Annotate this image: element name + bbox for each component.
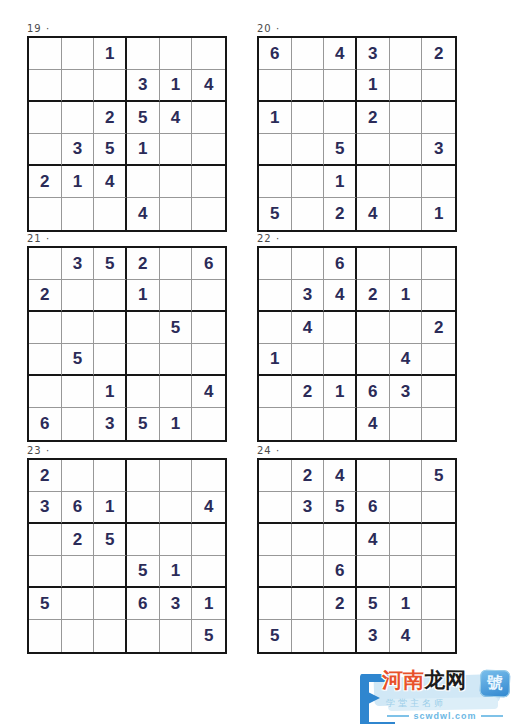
sudoku-cell-p22-r4c4[interactable] — [357, 344, 390, 376]
sudoku-cell-p23-r4c3[interactable] — [94, 556, 127, 588]
sudoku-cell-p21-r3c2[interactable] — [62, 312, 95, 344]
sudoku-cell-p19-r1c4[interactable] — [127, 38, 160, 70]
sudoku-cell-p23-r6c2[interactable] — [62, 620, 95, 652]
sudoku-cell-p24-r6c1[interactable]: 5 — [259, 620, 292, 652]
sudoku-cell-p21-r5c1[interactable] — [29, 376, 62, 408]
sudoku-cell-p22-r4c2[interactable] — [292, 344, 325, 376]
sudoku-cell-p21-r2c1[interactable]: 2 — [29, 280, 62, 312]
puzzle-24-block: 24 · 24535646251534 — [257, 445, 457, 654]
sudoku-cell-p21-r1c2[interactable]: 3 — [62, 248, 95, 280]
sudoku-cell-p19-r1c5[interactable] — [160, 38, 193, 70]
sudoku-cell-p24-r5c1[interactable] — [259, 588, 292, 620]
sudoku-cell-p22-r5c2[interactable]: 2 — [292, 376, 325, 408]
sudoku-cell-p19-r5c3[interactable]: 4 — [94, 166, 127, 198]
sudoku-cell-p23-r2c2[interactable]: 6 — [62, 492, 95, 524]
sudoku-cell-p19-r3c4[interactable]: 5 — [127, 102, 160, 134]
sudoku-cell-p23-r6c6[interactable]: 5 — [192, 620, 225, 652]
sudoku-cell-p19-r2c1[interactable] — [29, 70, 62, 102]
sudoku-cell-p23-r5c5[interactable]: 3 — [160, 588, 193, 620]
sudoku-cell-p20-r2c5[interactable] — [390, 70, 423, 102]
puzzle-21-label: 21 · — [27, 233, 227, 246]
sudoku-cell-p21-r2c5[interactable] — [160, 280, 193, 312]
sudoku-cell-p19-r3c3[interactable]: 2 — [94, 102, 127, 134]
sudoku-cell-p24-r3c6[interactable] — [422, 524, 455, 556]
sudoku-cell-p23-r6c3[interactable] — [94, 620, 127, 652]
sudoku-cell-p22-r3c4[interactable] — [357, 312, 390, 344]
sudoku-worksheet-page: { "game": "sudoku 6x6 (2x3 boxes), six p… — [0, 0, 512, 724]
sudoku-cell-p22-r1c4[interactable] — [357, 248, 390, 280]
sudoku-cell-p19-r5c5[interactable] — [160, 166, 193, 198]
sudoku-cell-p23-r5c3[interactable] — [94, 588, 127, 620]
sudoku-cell-p20-r2c2[interactable] — [292, 70, 325, 102]
sudoku-cell-p23-r4c5[interactable]: 1 — [160, 556, 193, 588]
sudoku-cell-p20-r2c1[interactable] — [259, 70, 292, 102]
sudoku-cell-p23-r5c2[interactable] — [62, 588, 95, 620]
sudoku-cell-p23-r3c1[interactable] — [29, 524, 62, 556]
sudoku-cell-p20-r3c5[interactable] — [390, 102, 423, 134]
sudoku-cell-p22-r6c2[interactable] — [292, 408, 325, 440]
sudoku-cell-p24-r6c2[interactable] — [292, 620, 325, 652]
sudoku-cell-p23-r4c4[interactable]: 5 — [127, 556, 160, 588]
sudoku-cell-p24-r1c3[interactable]: 4 — [324, 460, 357, 492]
sudoku-cell-p22-r6c5[interactable] — [390, 408, 423, 440]
sudoku-cell-p24-r4c4[interactable] — [357, 556, 390, 588]
sudoku-cell-p21-r4c1[interactable] — [29, 344, 62, 376]
sudoku-cell-p24-r2c6[interactable] — [422, 492, 455, 524]
sudoku-cell-p23-r1c1[interactable]: 2 — [29, 460, 62, 492]
puzzle-20-label: 20 · — [257, 23, 457, 36]
sudoku-cell-p23-r2c6[interactable]: 4 — [192, 492, 225, 524]
sudoku-cell-p22-r3c6[interactable]: 2 — [422, 312, 455, 344]
watermark: 河南龙网 號 学堂主名师 scwdwl.com — [358, 664, 510, 722]
puzzle-23-block: 23 · 23614255156315 — [27, 445, 227, 654]
sudoku-cell-p20-r5c4[interactable] — [357, 166, 390, 198]
puzzle-23-label: 23 · — [27, 445, 227, 458]
sudoku-cell-p24-r2c2[interactable]: 3 — [292, 492, 325, 524]
sudoku-cell-p19-r5c2[interactable]: 1 — [62, 166, 95, 198]
sudoku-cell-p22-r1c6[interactable] — [422, 248, 455, 280]
sudoku-cell-p19-r3c1[interactable] — [29, 102, 62, 134]
sudoku-cell-p22-r3c3[interactable] — [324, 312, 357, 344]
sudoku-cell-p22-r5c6[interactable] — [422, 376, 455, 408]
sudoku-cell-p24-r1c6[interactable]: 5 — [422, 460, 455, 492]
sudoku-cell-p22-r4c3[interactable] — [324, 344, 357, 376]
sudoku-board-23: 23614255156315 — [27, 458, 227, 654]
sudoku-cell-p24-r2c1[interactable] — [259, 492, 292, 524]
sudoku-cell-p24-r4c6[interactable] — [422, 556, 455, 588]
sudoku-cell-p21-r5c3[interactable]: 1 — [94, 376, 127, 408]
sudoku-cell-p21-r1c5[interactable] — [160, 248, 193, 280]
sudoku-cell-p22-r6c1[interactable] — [259, 408, 292, 440]
sudoku-cell-p21-r5c6[interactable]: 4 — [192, 376, 225, 408]
sudoku-cell-p21-r5c2[interactable] — [62, 376, 95, 408]
sudoku-cell-p24-r1c4[interactable] — [357, 460, 390, 492]
sudoku-cell-p22-r1c2[interactable] — [292, 248, 325, 280]
sudoku-cell-p19-r6c5[interactable] — [160, 198, 193, 230]
sudoku-cell-p23-r5c6[interactable]: 1 — [192, 588, 225, 620]
sudoku-cell-p23-r3c2[interactable]: 2 — [62, 524, 95, 556]
sudoku-cell-p24-r6c4[interactable]: 3 — [357, 620, 390, 652]
sudoku-cell-p19-r6c2[interactable] — [62, 198, 95, 230]
sudoku-cell-p24-r6c5[interactable]: 4 — [390, 620, 423, 652]
sudoku-cell-p24-r3c2[interactable] — [292, 524, 325, 556]
sudoku-cell-p24-r4c5[interactable] — [390, 556, 423, 588]
sudoku-cell-p21-r1c1[interactable] — [29, 248, 62, 280]
sudoku-cell-p22-r1c1[interactable] — [259, 248, 292, 280]
sudoku-board-21: 35262155146351 — [27, 246, 227, 442]
sudoku-cell-p20-r4c6[interactable]: 3 — [422, 134, 455, 166]
watermark-site-url: scwdwl.com — [413, 711, 476, 721]
sudoku-cell-p19-r2c5[interactable]: 1 — [160, 70, 193, 102]
sudoku-cell-p19-r3c5[interactable]: 4 — [160, 102, 193, 134]
sudoku-cell-p22-r1c5[interactable] — [390, 248, 423, 280]
sudoku-cell-p20-r4c4[interactable] — [357, 134, 390, 166]
sudoku-cell-p21-r1c6[interactable]: 6 — [192, 248, 225, 280]
sudoku-board-24: 24535646251534 — [257, 458, 457, 654]
sudoku-cell-p21-r6c3[interactable]: 3 — [94, 408, 127, 440]
sudoku-cell-p21-r4c6[interactable] — [192, 344, 225, 376]
sudoku-cell-p19-r1c3[interactable]: 1 — [94, 38, 127, 70]
sudoku-cell-p21-r4c2[interactable]: 5 — [62, 344, 95, 376]
sudoku-cell-p21-r3c5[interactable]: 5 — [160, 312, 193, 344]
sudoku-cell-p21-r1c3[interactable]: 5 — [94, 248, 127, 280]
sudoku-cell-p23-r6c4[interactable] — [127, 620, 160, 652]
sudoku-cell-p24-r1c5[interactable] — [390, 460, 423, 492]
sudoku-cell-p19-r6c6[interactable] — [192, 198, 225, 230]
sudoku-cell-p21-r5c5[interactable] — [160, 376, 193, 408]
sudoku-cell-p21-r3c6[interactable] — [192, 312, 225, 344]
watermark-tagline: 学堂主名师 — [386, 697, 446, 710]
sudoku-cell-p20-r1c3[interactable]: 4 — [324, 38, 357, 70]
sudoku-cell-p20-r6c6[interactable]: 1 — [422, 198, 455, 230]
sudoku-board-22: 63421421421634 — [257, 246, 457, 442]
sudoku-cell-p20-r4c1[interactable] — [259, 134, 292, 166]
sudoku-cell-p19-r2c6[interactable]: 4 — [192, 70, 225, 102]
watermark-site-row: scwdwl.com — [382, 710, 508, 721]
sudoku-cell-p21-r6c5[interactable]: 1 — [160, 408, 193, 440]
sudoku-cell-p22-r4c5[interactable]: 4 — [390, 344, 423, 376]
sudoku-cell-p23-r3c6[interactable] — [192, 524, 225, 556]
sudoku-cell-p19-r4c1[interactable] — [29, 134, 62, 166]
sudoku-cell-p20-r2c4[interactable]: 1 — [357, 70, 390, 102]
sudoku-cell-p20-r1c2[interactable] — [292, 38, 325, 70]
sudoku-cell-p19-r1c6[interactable] — [192, 38, 225, 70]
sudoku-cell-p23-r6c1[interactable] — [29, 620, 62, 652]
sudoku-cell-p22-r2c3[interactable]: 4 — [324, 280, 357, 312]
sudoku-cell-p23-r3c4[interactable] — [127, 524, 160, 556]
sudoku-cell-p20-r3c3[interactable] — [324, 102, 357, 134]
sudoku-cell-p19-r6c4[interactable]: 4 — [127, 198, 160, 230]
sudoku-cell-p23-r1c5[interactable] — [160, 460, 193, 492]
sudoku-cell-p19-r3c2[interactable] — [62, 102, 95, 134]
sudoku-cell-p19-r6c1[interactable] — [29, 198, 62, 230]
sudoku-cell-p20-r6c4[interactable]: 4 — [357, 198, 390, 230]
puzzle-22-block: 22 · 63421421421634 — [257, 233, 457, 442]
watermark-badge: 號 — [480, 669, 511, 697]
sudoku-cell-p24-r6c6[interactable] — [422, 620, 455, 652]
sudoku-cell-p24-r4c1[interactable] — [259, 556, 292, 588]
sudoku-cell-p24-r5c2[interactable] — [292, 588, 325, 620]
sudoku-cell-p24-r2c4[interactable]: 6 — [357, 492, 390, 524]
sudoku-cell-p20-r3c6[interactable] — [422, 102, 455, 134]
sudoku-board-20: 64321125315241 — [257, 36, 457, 232]
sudoku-cell-p24-r3c4[interactable]: 4 — [357, 524, 390, 556]
sudoku-cell-p20-r4c5[interactable] — [390, 134, 423, 166]
sudoku-cell-p19-r4c3[interactable]: 5 — [94, 134, 127, 166]
sudoku-cell-p21-r1c4[interactable]: 2 — [127, 248, 160, 280]
sudoku-cell-p24-r2c3[interactable]: 5 — [324, 492, 357, 524]
sudoku-cell-p20-r3c1[interactable]: 1 — [259, 102, 292, 134]
left-dash-divider — [387, 715, 409, 717]
sudoku-cell-p19-r5c1[interactable]: 2 — [29, 166, 62, 198]
sudoku-cell-p22-r6c3[interactable] — [324, 408, 357, 440]
watermark-title-longwang: 龙网 — [424, 668, 466, 691]
sudoku-cell-p23-r4c1[interactable] — [29, 556, 62, 588]
sudoku-cell-p20-r1c6[interactable]: 2 — [422, 38, 455, 70]
sudoku-cell-p20-r3c4[interactable]: 2 — [357, 102, 390, 134]
sudoku-cell-p20-r2c3[interactable] — [324, 70, 357, 102]
sudoku-cell-p23-r3c5[interactable] — [160, 524, 193, 556]
sudoku-cell-p23-r4c2[interactable] — [62, 556, 95, 588]
sudoku-cell-p20-r5c6[interactable] — [422, 166, 455, 198]
sudoku-cell-p21-r2c2[interactable] — [62, 280, 95, 312]
logo-arrow-icon — [368, 692, 380, 704]
sudoku-cell-p19-r4c4[interactable]: 1 — [127, 134, 160, 166]
sudoku-cell-p23-r1c3[interactable] — [94, 460, 127, 492]
watermark-title: 河南龙网 — [382, 668, 466, 692]
sudoku-cell-p21-r6c6[interactable] — [192, 408, 225, 440]
puzzle-21-block: 21 · 35262155146351 — [27, 233, 227, 442]
sudoku-cell-p23-r1c6[interactable] — [192, 460, 225, 492]
sudoku-cell-p20-r5c2[interactable] — [292, 166, 325, 198]
sudoku-cell-p23-r1c2[interactable] — [62, 460, 95, 492]
sudoku-cell-p20-r2c6[interactable] — [422, 70, 455, 102]
sudoku-cell-p24-r2c5[interactable] — [390, 492, 423, 524]
sudoku-cell-p24-r5c4[interactable]: 5 — [357, 588, 390, 620]
sudoku-board-19: 13142543512144 — [27, 36, 227, 232]
sudoku-cell-p23-r2c5[interactable] — [160, 492, 193, 524]
sudoku-cell-p24-r5c5[interactable]: 1 — [390, 588, 423, 620]
puzzle-19-block: 19 · 13142543512144 — [27, 23, 227, 232]
sudoku-cell-p22-r5c1[interactable] — [259, 376, 292, 408]
sudoku-cell-p24-r3c5[interactable] — [390, 524, 423, 556]
sudoku-cell-p24-r1c1[interactable] — [259, 460, 292, 492]
sudoku-cell-p23-r3c3[interactable]: 5 — [94, 524, 127, 556]
sudoku-cell-p24-r6c3[interactable] — [324, 620, 357, 652]
sudoku-cell-p19-r2c3[interactable] — [94, 70, 127, 102]
sudoku-cell-p19-r1c2[interactable] — [62, 38, 95, 70]
sudoku-cell-p21-r6c4[interactable]: 5 — [127, 408, 160, 440]
sudoku-cell-p24-r5c6[interactable] — [422, 588, 455, 620]
sudoku-cell-p21-r2c6[interactable] — [192, 280, 225, 312]
sudoku-cell-p22-r6c4[interactable]: 4 — [357, 408, 390, 440]
sudoku-cell-p22-r1c3[interactable]: 6 — [324, 248, 357, 280]
sudoku-cell-p19-r5c6[interactable] — [192, 166, 225, 198]
sudoku-cell-p23-r1c4[interactable] — [127, 460, 160, 492]
sudoku-cell-p24-r3c3[interactable] — [324, 524, 357, 556]
sudoku-cell-p21-r3c4[interactable] — [127, 312, 160, 344]
sudoku-cell-p21-r4c3[interactable] — [94, 344, 127, 376]
sudoku-cell-p24-r4c2[interactable] — [292, 556, 325, 588]
sudoku-cell-p23-r2c1[interactable]: 3 — [29, 492, 62, 524]
sudoku-cell-p19-r1c1[interactable] — [29, 38, 62, 70]
sudoku-cell-p19-r5c4[interactable] — [127, 166, 160, 198]
sudoku-cell-p21-r3c3[interactable] — [94, 312, 127, 344]
sudoku-cell-p20-r6c1[interactable]: 5 — [259, 198, 292, 230]
sudoku-cell-p20-r5c5[interactable] — [390, 166, 423, 198]
sudoku-cell-p20-r6c5[interactable] — [390, 198, 423, 230]
sudoku-cell-p21-r6c2[interactable] — [62, 408, 95, 440]
sudoku-cell-p24-r4c3[interactable]: 6 — [324, 556, 357, 588]
sudoku-cell-p20-r1c4[interactable]: 3 — [357, 38, 390, 70]
sudoku-cell-p20-r6c2[interactable] — [292, 198, 325, 230]
sudoku-cell-p20-r4c2[interactable] — [292, 134, 325, 166]
sudoku-cell-p19-r3c6[interactable] — [192, 102, 225, 134]
sudoku-cell-p21-r5c4[interactable] — [127, 376, 160, 408]
sudoku-cell-p22-r2c4[interactable]: 2 — [357, 280, 390, 312]
sudoku-cell-p22-r6c6[interactable] — [422, 408, 455, 440]
puzzle-24-label: 24 · — [257, 445, 457, 458]
sudoku-cell-p23-r4c6[interactable] — [192, 556, 225, 588]
sudoku-cell-p19-r4c5[interactable] — [160, 134, 193, 166]
sudoku-cell-p20-r5c1[interactable] — [259, 166, 292, 198]
sudoku-cell-p22-r2c5[interactable]: 1 — [390, 280, 423, 312]
sudoku-cell-p22-r5c3[interactable]: 1 — [324, 376, 357, 408]
sudoku-cell-p23-r6c5[interactable] — [160, 620, 193, 652]
puzzle-22-label: 22 · — [257, 233, 457, 246]
puzzle-19-label: 19 · — [27, 23, 227, 36]
sudoku-cell-p19-r6c3[interactable] — [94, 198, 127, 230]
sudoku-cell-p19-r4c6[interactable] — [192, 134, 225, 166]
sudoku-cell-p23-r5c4[interactable]: 6 — [127, 588, 160, 620]
sudoku-cell-p20-r4c3[interactable]: 5 — [324, 134, 357, 166]
sudoku-cell-p20-r1c5[interactable] — [390, 38, 423, 70]
sudoku-cell-p22-r4c6[interactable] — [422, 344, 455, 376]
sudoku-cell-p24-r3c1[interactable] — [259, 524, 292, 556]
sudoku-cell-p22-r3c2[interactable]: 4 — [292, 312, 325, 344]
sudoku-cell-p19-r4c2[interactable]: 3 — [62, 134, 95, 166]
sudoku-cell-p20-r3c2[interactable] — [292, 102, 325, 134]
sudoku-cell-p23-r2c4[interactable] — [127, 492, 160, 524]
sudoku-cell-p21-r2c4[interactable]: 1 — [127, 280, 160, 312]
sudoku-cell-p22-r3c1[interactable] — [259, 312, 292, 344]
puzzle-20-block: 20 · 64321125315241 — [257, 23, 457, 232]
sudoku-cell-p23-r5c1[interactable]: 5 — [29, 588, 62, 620]
sudoku-cell-p20-r6c3[interactable]: 2 — [324, 198, 357, 230]
right-dash-divider — [481, 715, 503, 717]
sudoku-cell-p21-r2c3[interactable] — [94, 280, 127, 312]
sudoku-cell-p24-r1c2[interactable]: 2 — [292, 460, 325, 492]
sudoku-cell-p22-r5c4[interactable]: 6 — [357, 376, 390, 408]
sudoku-cell-p21-r3c1[interactable] — [29, 312, 62, 344]
sudoku-cell-p22-r5c5[interactable]: 3 — [390, 376, 423, 408]
sudoku-cell-p19-r2c2[interactable] — [62, 70, 95, 102]
sudoku-cell-p24-r5c3[interactable]: 2 — [324, 588, 357, 620]
sudoku-cell-p20-r1c1[interactable]: 6 — [259, 38, 292, 70]
sudoku-cell-p22-r2c6[interactable] — [422, 280, 455, 312]
sudoku-cell-p21-r4c5[interactable] — [160, 344, 193, 376]
sudoku-cell-p19-r2c4[interactable]: 3 — [127, 70, 160, 102]
sudoku-cell-p21-r4c4[interactable] — [127, 344, 160, 376]
sudoku-cell-p22-r2c2[interactable]: 3 — [292, 280, 325, 312]
sudoku-cell-p20-r5c3[interactable]: 1 — [324, 166, 357, 198]
watermark-title-henan: 河南 — [382, 668, 424, 691]
sudoku-cell-p21-r6c1[interactable]: 6 — [29, 408, 62, 440]
sudoku-cell-p22-r2c1[interactable] — [259, 280, 292, 312]
watermark-badge-character: 號 — [487, 673, 504, 695]
sudoku-cell-p22-r4c1[interactable]: 1 — [259, 344, 292, 376]
sudoku-cell-p22-r3c5[interactable] — [390, 312, 423, 344]
sudoku-cell-p23-r2c3[interactable]: 1 — [94, 492, 127, 524]
